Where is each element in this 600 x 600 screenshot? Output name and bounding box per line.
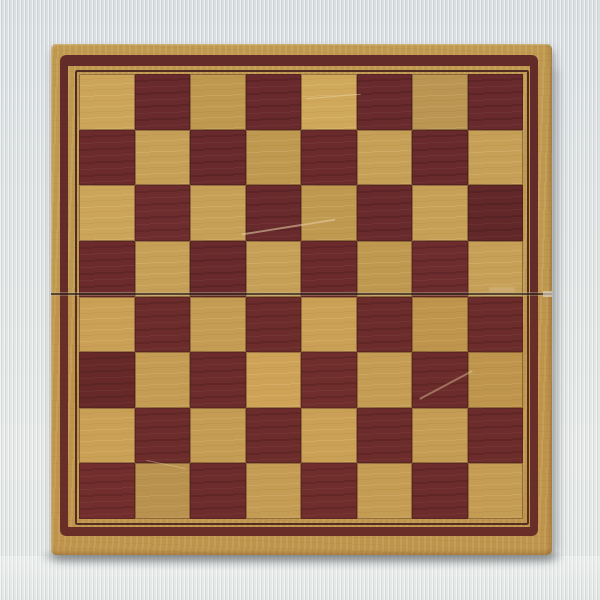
board-square-a2 <box>79 408 135 464</box>
board-square-b1 <box>135 463 191 519</box>
board-square-f4 <box>357 297 413 353</box>
board-square-e1 <box>301 463 357 519</box>
board-square-f7 <box>357 130 413 186</box>
board-square-g6 <box>412 185 468 241</box>
board-square-f5 <box>357 241 413 297</box>
board-square-d6 <box>246 185 302 241</box>
board-square-f8 <box>357 74 413 130</box>
board-square-a5 <box>79 241 135 297</box>
fold-seam <box>51 292 552 297</box>
board-square-g3 <box>412 352 468 408</box>
board-square-e3 <box>301 352 357 408</box>
board-square-a1 <box>79 463 135 519</box>
board-square-c3 <box>190 352 246 408</box>
board-square-g7 <box>412 130 468 186</box>
board-square-f2 <box>357 408 413 464</box>
board-square-c6 <box>190 185 246 241</box>
board-square-d5 <box>246 241 302 297</box>
chessboard <box>51 44 552 555</box>
board-square-a7 <box>79 130 135 186</box>
board-square-f6 <box>357 185 413 241</box>
board-square-h4 <box>468 297 524 353</box>
board-square-g2 <box>412 408 468 464</box>
board-square-e2 <box>301 408 357 464</box>
board-square-d1 <box>246 463 302 519</box>
board-square-c5 <box>190 241 246 297</box>
board-square-c2 <box>190 408 246 464</box>
board-square-a6 <box>79 185 135 241</box>
board-square-a3 <box>79 352 135 408</box>
board-square-g8 <box>412 74 468 130</box>
board-square-b7 <box>135 130 191 186</box>
board-square-d8 <box>246 74 302 130</box>
board-square-a4 <box>79 297 135 353</box>
board-square-g5 <box>412 241 468 297</box>
board-square-e4 <box>301 297 357 353</box>
board-cast-shadow-right <box>552 70 564 550</box>
board-square-g4 <box>412 297 468 353</box>
board-square-d7 <box>246 130 302 186</box>
board-square-d2 <box>246 408 302 464</box>
board-square-b8 <box>135 74 191 130</box>
board-square-b3 <box>135 352 191 408</box>
board-square-g1 <box>412 463 468 519</box>
board-square-c4 <box>190 297 246 353</box>
board-square-h1 <box>468 463 524 519</box>
board-square-c7 <box>190 130 246 186</box>
board-square-h8 <box>468 74 524 130</box>
board-square-d3 <box>246 352 302 408</box>
board-square-e7 <box>301 130 357 186</box>
board-square-e6 <box>301 185 357 241</box>
board-square-f3 <box>357 352 413 408</box>
board-square-e8 <box>301 74 357 130</box>
board-square-d4 <box>246 297 302 353</box>
board-square-h7 <box>468 130 524 186</box>
board-square-c8 <box>190 74 246 130</box>
board-square-f1 <box>357 463 413 519</box>
board-square-b2 <box>135 408 191 464</box>
board-square-h5 <box>468 241 524 297</box>
board-square-h2 <box>468 408 524 464</box>
board-square-h3 <box>468 352 524 408</box>
board-square-a8 <box>79 74 135 130</box>
board-square-b4 <box>135 297 191 353</box>
photo-scene <box>0 0 600 600</box>
board-square-b6 <box>135 185 191 241</box>
board-square-c1 <box>190 463 246 519</box>
board-square-b5 <box>135 241 191 297</box>
board-square-e5 <box>301 241 357 297</box>
board-square-h6 <box>468 185 524 241</box>
